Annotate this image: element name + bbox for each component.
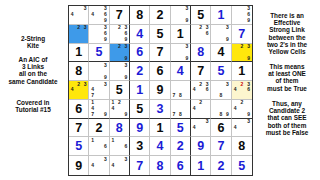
pencil-marks-r3c6: 39 — [171, 44, 190, 62]
solved-digit-r2c4: 4 — [130, 25, 149, 43]
solved-digit-r7c6: 5 — [171, 119, 190, 137]
cell-r9c5[interactable]: 8 — [150, 156, 170, 175]
pencil-marks-r5c9: 2346 — [232, 81, 252, 99]
candidate-9-r2c3: 9 — [123, 37, 129, 43]
cell-r5c3[interactable]: 5 — [110, 81, 130, 100]
cell-r7c1[interactable]: 7 — [69, 119, 89, 138]
given-digit-r7c5: 1 — [150, 119, 169, 137]
candidate-9-r1c9: 9 — [245, 18, 252, 24]
pencil-marks-r4c2: 39 — [89, 62, 108, 80]
cell-r9c1[interactable]: 9 — [69, 156, 89, 175]
given-digit-r9c1: 9 — [69, 156, 88, 175]
pencil-marks-r3c9: 239 — [232, 44, 252, 62]
cell-r4c4[interactable]: 2 — [130, 62, 150, 81]
cell-r6c9[interactable]: 249 — [232, 100, 252, 119]
cell-r2c3[interactable]: 2369 — [110, 25, 130, 44]
cell-r2c9[interactable]: 7 — [232, 25, 252, 44]
sudoku-board: 3434697823951369233692369451236397152396… — [68, 5, 253, 176]
given-digit-r3c8: 4 — [211, 44, 230, 62]
cell-r7c5[interactable]: 1 — [150, 119, 170, 138]
solved-digit-r9c5: 8 — [150, 156, 169, 175]
given-digit-r7c1: 7 — [69, 119, 88, 137]
pencil-marks-r2c2: 369 — [89, 25, 108, 43]
cell-r6c2[interactable]: 1479 — [89, 100, 109, 119]
pencil-marks-r9c3: 34 — [110, 156, 129, 175]
pencil-marks-r8c3: 16 — [110, 137, 129, 155]
solved-digit-r3c7: 8 — [191, 44, 210, 62]
solved-digit-r2c9: 7 — [232, 25, 252, 43]
given-digit-r3c5: 7 — [150, 44, 169, 62]
cell-r7c3[interactable]: 8 — [110, 119, 130, 138]
pencil-marks-r2c1: 23 — [69, 25, 88, 43]
cell-r5c5[interactable]: 9 — [150, 81, 170, 100]
candidate-9-r6c2: 9 — [102, 112, 108, 118]
pencil-marks-r6c7: 24 — [191, 100, 210, 118]
strong-link-explanation: There is an Effective Strong Link betwee… — [254, 12, 320, 55]
given-digit-r1c4: 8 — [130, 6, 149, 24]
pencil-marks-r5c2: 347 — [89, 81, 108, 99]
pencil-marks-r7c9: 34 — [232, 119, 252, 137]
pencil-marks-r7c7: 34 — [191, 119, 210, 137]
pencil-marks-r6c9: 249 — [232, 100, 252, 118]
pencil-marks-r1c2: 3469 — [89, 6, 108, 24]
cell-r8c9[interactable]: 8 — [232, 137, 252, 156]
tutorial-screenshot: 2-String Kite An AIC of 3 Links all on t… — [0, 0, 320, 180]
cell-r2c6[interactable]: 1 — [171, 25, 191, 44]
tutorial-reference: Covered in Tutorial #15 — [0, 99, 66, 113]
cell-r1c6[interactable]: 39 — [171, 6, 191, 25]
solved-digit-r9c4: 7 — [130, 156, 149, 175]
cell-r9c2[interactable]: 34 — [89, 156, 109, 175]
cell-r4c2[interactable]: 39 — [89, 62, 109, 81]
elimination-explanation: Thus, any Candidate 2 that can SEE both … — [254, 100, 320, 136]
given-digit-r1c3: 7 — [110, 6, 129, 24]
pencil-marks-r8c2: 16 — [89, 137, 108, 155]
cell-r1c3[interactable]: 7 — [110, 6, 130, 25]
given-digit-r4c1: 8 — [69, 62, 88, 80]
cell-r1c2[interactable]: 3469 — [89, 6, 109, 25]
pencil-marks-r5c1: 234 — [69, 81, 88, 99]
given-digit-r5c5: 9 — [150, 81, 169, 99]
cell-r7c2[interactable]: 2 — [89, 119, 109, 138]
cell-r1c9[interactable]: 369 — [232, 6, 252, 25]
cell-r9c9[interactable]: 5 — [232, 156, 252, 175]
cell-r5c1[interactable]: 234 — [69, 81, 89, 100]
given-digit-r1c5: 2 — [150, 6, 169, 24]
solved-digit-r4c6: 4 — [171, 62, 190, 80]
pencil-marks-r1c6: 39 — [171, 6, 190, 24]
cell-r9c7[interactable]: 1 — [191, 156, 211, 175]
cell-r3c7[interactable]: 8 — [191, 44, 211, 63]
pencil-marks-r9c2: 34 — [89, 156, 108, 175]
cell-r7c9[interactable]: 34 — [232, 119, 252, 138]
cell-r7c7[interactable]: 34 — [191, 119, 211, 138]
given-digit-r8c9: 8 — [232, 137, 252, 155]
cell-r8c4[interactable]: 3 — [130, 137, 150, 156]
given-digit-r4c7: 7 — [191, 62, 210, 80]
candidate-9-r3c3: 9 — [123, 55, 129, 61]
candidate-9-r4c2: 9 — [102, 74, 108, 80]
given-digit-r3c1: 1 — [69, 44, 88, 62]
solved-digit-r9c6: 6 — [171, 156, 190, 175]
solved-digit-r8c1: 5 — [69, 137, 88, 155]
cell-r5c6[interactable]: 78 — [171, 81, 191, 100]
cell-r8c5[interactable]: 4 — [150, 137, 170, 156]
candidate-9-r3c9: 9 — [245, 55, 252, 61]
cell-r1c4[interactable]: 8 — [130, 6, 150, 25]
cell-r2c5[interactable]: 5 — [150, 25, 170, 44]
cell-r3c3[interactable]: 239 — [110, 44, 130, 63]
cell-r9c8[interactable]: 2 — [211, 156, 231, 175]
cell-r7c4[interactable]: 9 — [130, 119, 150, 138]
cell-r4c9[interactable]: 1 — [232, 62, 252, 81]
given-digit-r6c4: 5 — [130, 100, 149, 118]
solved-digit-r7c3: 8 — [110, 119, 129, 137]
solved-digit-r8c7: 9 — [191, 137, 210, 155]
candidate-9-r1c6: 9 — [184, 18, 190, 24]
cell-r9c3[interactable]: 34 — [110, 156, 130, 175]
pencil-marks-r6c3: 1249 — [110, 100, 129, 118]
pencil-marks-r1c9: 369 — [232, 6, 252, 24]
candidate-9-r2c8: 9 — [224, 37, 230, 43]
cell-r1c5[interactable]: 2 — [150, 6, 170, 25]
cell-r7c8[interactable]: 6 — [211, 119, 231, 138]
solved-digit-r4c4: 2 — [130, 62, 149, 80]
candidate-9-r2c2: 9 — [102, 37, 108, 43]
given-digit-r6c1: 6 — [69, 100, 88, 118]
cell-r4c8[interactable]: 5 — [211, 62, 231, 81]
solved-digit-r1c8: 1 — [211, 6, 230, 24]
cell-r5c7[interactable]: 2346 — [191, 81, 211, 100]
candidate-9-r6c8: 9 — [224, 112, 230, 118]
solved-digit-r9c9: 5 — [232, 156, 252, 175]
pencil-marks-r5c7: 2346 — [191, 81, 210, 99]
cell-r5c9[interactable]: 2346 — [232, 81, 252, 100]
solved-digit-r3c4: 6 — [130, 44, 149, 62]
solved-digit-r6c5: 3 — [150, 100, 169, 118]
given-digit-r4c9: 1 — [232, 62, 252, 80]
given-digit-r8c4: 3 — [130, 137, 149, 155]
solved-digit-r8c6: 2 — [171, 137, 190, 155]
cell-r2c7[interactable]: 236 — [191, 25, 211, 44]
cell-r4c1[interactable]: 8 — [69, 62, 89, 81]
cell-r4c5[interactable]: 6 — [150, 62, 170, 81]
cell-r2c1[interactable]: 23 — [69, 25, 89, 44]
cell-r2c2[interactable]: 369 — [89, 25, 109, 44]
solved-digit-r4c8: 5 — [211, 62, 230, 80]
cell-r5c2[interactable]: 347 — [89, 81, 109, 100]
cell-r3c6[interactable]: 39 — [171, 44, 191, 63]
cell-r6c1[interactable]: 6 — [69, 100, 89, 119]
cell-r9c4[interactable]: 7 — [130, 156, 150, 175]
cell-r3c2[interactable]: 5 — [89, 44, 109, 63]
candidate-9-r3c6: 9 — [184, 55, 190, 61]
given-digit-r7c2: 2 — [89, 119, 108, 137]
given-digit-r2c6: 1 — [171, 25, 190, 43]
solved-digit-r7c4: 9 — [130, 119, 149, 137]
cell-r2c4[interactable]: 4 — [130, 25, 150, 44]
cell-r9c6[interactable]: 6 — [171, 156, 191, 175]
cell-r4c3[interactable]: 39 — [110, 62, 130, 81]
cell-r1c8[interactable]: 1 — [211, 6, 231, 25]
technique-description: An AIC of 3 Links all on the same Candid… — [0, 56, 66, 85]
cell-r8c1[interactable]: 5 — [69, 137, 89, 156]
cell-r4c6[interactable]: 4 — [171, 62, 191, 81]
given-digit-r1c7: 5 — [191, 6, 210, 24]
cell-r8c2[interactable]: 16 — [89, 137, 109, 156]
pencil-marks-r2c8: 39 — [211, 25, 230, 43]
candidate-9-r6c9: 9 — [245, 112, 252, 118]
given-digit-r7c8: 6 — [211, 119, 230, 137]
candidate-9-r6c3: 9 — [123, 112, 129, 118]
cell-r3c4[interactable]: 6 — [130, 44, 150, 63]
pencil-marks-r6c8: 89 — [211, 100, 230, 118]
cell-r7c6[interactable]: 5 — [171, 119, 191, 138]
given-digit-r4c5: 6 — [150, 62, 169, 80]
pencil-marks-r6c6: 78 — [171, 100, 190, 118]
candidate-9-r1c2: 9 — [102, 18, 108, 24]
cell-r8c3[interactable]: 16 — [110, 137, 130, 156]
solved-digit-r5c4: 1 — [130, 81, 149, 99]
cell-r4c7[interactable]: 7 — [191, 62, 211, 81]
solved-digit-r3c2: 5 — [89, 44, 108, 62]
solved-digit-r8c8: 7 — [211, 137, 230, 155]
cell-r8c7[interactable]: 9 — [191, 137, 211, 156]
cell-r2c8[interactable]: 39 — [211, 25, 231, 44]
one-true-explanation: This means at least ONE of them must be … — [254, 63, 320, 92]
cell-r3c1[interactable]: 1 — [69, 44, 89, 63]
candidate-9-r4c3: 9 — [123, 74, 129, 80]
cell-r6c3[interactable]: 1249 — [110, 100, 130, 119]
cell-r8c8[interactable]: 7 — [211, 137, 231, 156]
cell-r6c8[interactable]: 89 — [211, 100, 231, 119]
cell-r1c7[interactable]: 5 — [191, 6, 211, 25]
solved-digit-r9c8: 2 — [211, 156, 230, 175]
cell-r3c5[interactable]: 7 — [150, 44, 170, 63]
pencil-marks-r6c2: 1479 — [89, 100, 108, 118]
technique-title: 2-String Kite — [0, 35, 66, 49]
cell-r5c8[interactable]: 38 — [211, 81, 231, 100]
cell-r6c5[interactable]: 3 — [150, 100, 170, 119]
cell-r3c8[interactable]: 4 — [211, 44, 231, 63]
given-digit-r2c5: 5 — [150, 25, 169, 43]
cell-r5c4[interactable]: 1 — [130, 81, 150, 100]
cell-r3c9[interactable]: 239 — [232, 44, 252, 63]
pencil-marks-r2c7: 236 — [191, 25, 210, 43]
cell-r6c6[interactable]: 78 — [171, 100, 191, 119]
solved-digit-r8c5: 4 — [150, 137, 169, 155]
pencil-marks-r3c3: 239 — [110, 44, 129, 62]
cell-r1c1[interactable]: 34 — [69, 6, 89, 25]
cell-r8c6[interactable]: 2 — [171, 137, 191, 156]
pencil-marks-r5c8: 38 — [211, 81, 230, 99]
cell-r6c4[interactable]: 5 — [130, 100, 150, 119]
cell-r6c7[interactable]: 24 — [191, 100, 211, 119]
given-digit-r5c3: 5 — [110, 81, 129, 99]
pencil-marks-r2c3: 2369 — [110, 25, 129, 43]
pencil-marks-r1c1: 34 — [69, 6, 88, 24]
pencil-marks-r4c3: 39 — [110, 62, 129, 80]
pencil-marks-r5c6: 78 — [171, 81, 190, 99]
solved-digit-r9c7: 1 — [191, 156, 210, 175]
